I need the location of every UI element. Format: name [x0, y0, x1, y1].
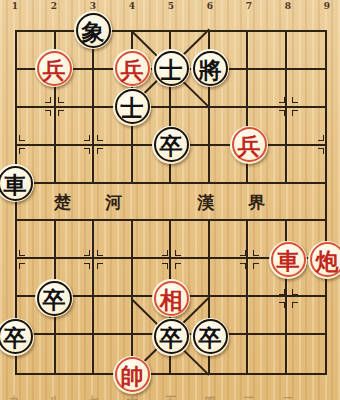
piece-red-chariot[interactable]: 車	[269, 241, 307, 279]
point-marker	[253, 263, 259, 269]
board-cell[interactable]	[287, 184, 326, 222]
point-marker	[84, 250, 90, 256]
file-label: 五	[166, 394, 177, 400]
point-marker	[240, 263, 246, 269]
board-cell[interactable]	[287, 32, 326, 70]
point-marker	[45, 110, 51, 116]
piece-glyph: 兵	[43, 57, 66, 80]
file-labels-bottom: 九八七六五四三二一	[0, 0, 340, 16]
piece-red-general[interactable]: 帥	[113, 356, 151, 394]
board-cell[interactable]	[133, 184, 172, 222]
board-cell[interactable]	[56, 335, 95, 373]
point-marker	[279, 97, 285, 103]
file-label: 六	[127, 394, 138, 400]
file-label: 八	[49, 394, 60, 400]
file-label: 一	[322, 394, 333, 400]
point-marker	[175, 263, 181, 269]
point-marker	[97, 250, 103, 256]
point-marker	[175, 250, 181, 256]
point-marker	[58, 97, 64, 103]
piece-glyph: 兵	[238, 134, 261, 157]
piece-black-soldier[interactable]: 卒	[152, 318, 190, 356]
piece-glyph: 帥	[121, 364, 144, 387]
piece-black-soldier[interactable]: 卒	[152, 126, 190, 164]
piece-glyph: 卒	[4, 326, 27, 349]
point-marker	[292, 289, 298, 295]
board-cell[interactable]	[248, 32, 287, 70]
board-cell[interactable]	[94, 297, 133, 335]
piece-glyph: 卒	[160, 134, 183, 157]
point-marker	[240, 250, 246, 256]
piece-glyph: 兵	[121, 57, 144, 80]
piece-glyph: 卒	[160, 326, 183, 349]
piece-red-cannon[interactable]: 炮	[308, 241, 340, 279]
point-marker	[279, 302, 285, 308]
point-marker	[97, 135, 103, 141]
xiangqi-board: 123456789 楚 河 漢 界 象兵兵士將士卒兵車車炮卒相卒卒卒帥 九八七六…	[0, 0, 340, 400]
point-marker	[253, 250, 259, 256]
point-marker	[84, 263, 90, 269]
point-marker	[279, 110, 285, 116]
piece-glyph: 相	[160, 287, 183, 310]
piece-black-soldier[interactable]: 卒	[0, 318, 34, 356]
piece-black-advisor[interactable]: 士	[113, 88, 151, 126]
piece-glyph: 炮	[316, 249, 339, 272]
piece-glyph: 士	[160, 57, 183, 80]
piece-glyph: 卒	[199, 326, 222, 349]
piece-red-soldier[interactable]: 兵	[230, 126, 268, 164]
point-marker	[292, 97, 298, 103]
point-marker	[84, 135, 90, 141]
point-marker	[97, 263, 103, 269]
file-label: 四	[205, 394, 216, 400]
point-marker	[19, 263, 25, 269]
piece-glyph: 車	[277, 249, 300, 272]
point-marker	[97, 148, 103, 154]
piece-black-elephant[interactable]: 象	[74, 11, 112, 49]
board-cell[interactable]	[248, 335, 287, 373]
piece-black-soldier[interactable]: 卒	[191, 318, 229, 356]
board-cell[interactable]	[287, 335, 326, 373]
point-marker	[19, 135, 25, 141]
point-marker	[58, 110, 64, 116]
file-label: 三	[244, 394, 255, 400]
point-marker	[318, 148, 324, 154]
piece-glyph: 卒	[43, 287, 66, 310]
piece-glyph: 象	[82, 19, 105, 42]
point-marker	[318, 135, 324, 141]
point-marker	[19, 148, 25, 154]
point-marker	[292, 110, 298, 116]
point-marker	[279, 289, 285, 295]
file-label: 七	[88, 394, 99, 400]
piece-glyph: 車	[4, 172, 27, 195]
point-marker	[292, 302, 298, 308]
point-marker	[162, 263, 168, 269]
point-marker	[84, 148, 90, 154]
point-marker	[162, 250, 168, 256]
piece-glyph: 將	[199, 57, 222, 80]
piece-glyph: 士	[121, 96, 144, 119]
river-text-right: 漢 界	[197, 191, 279, 213]
point-marker	[45, 97, 51, 103]
river-text-left: 楚 河	[54, 191, 136, 213]
point-marker	[19, 250, 25, 256]
file-label: 九	[10, 394, 21, 400]
file-label: 二	[283, 394, 294, 400]
